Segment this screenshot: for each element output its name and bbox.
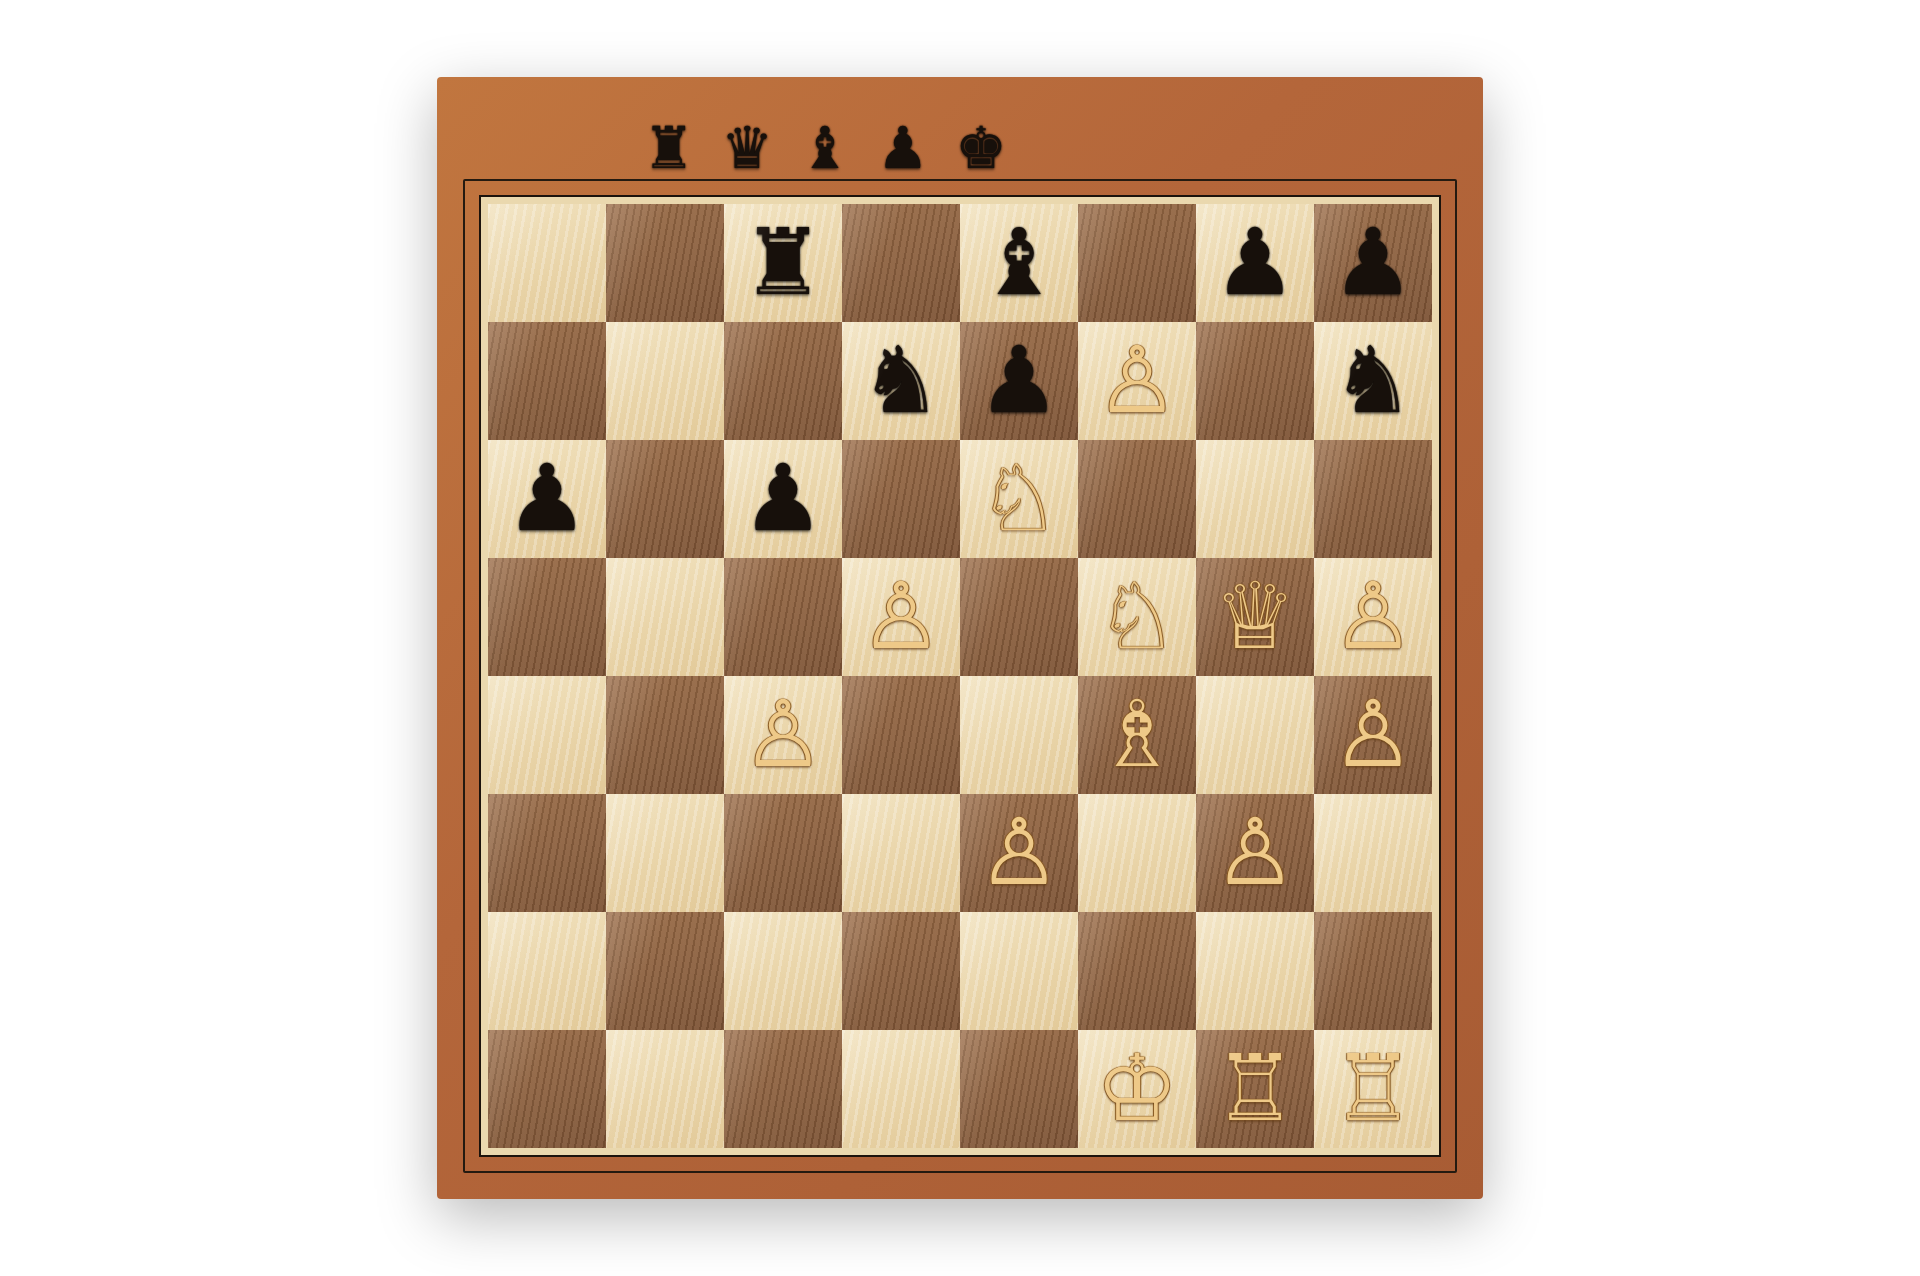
- square-f2[interactable]: [1078, 912, 1196, 1030]
- square-b1[interactable]: [606, 1030, 724, 1148]
- square-f4[interactable]: ♗: [1078, 676, 1196, 794]
- square-g2[interactable]: [1196, 912, 1314, 1030]
- square-g7[interactable]: [1196, 322, 1314, 440]
- captured-black-bishop-2[interactable]: ♝: [799, 119, 851, 177]
- square-d7[interactable]: ♞: [842, 322, 960, 440]
- square-h8[interactable]: ♟: [1314, 204, 1432, 322]
- square-b3[interactable]: [606, 794, 724, 912]
- square-gloss: [724, 322, 842, 440]
- square-gloss: [1196, 322, 1314, 440]
- square-h4[interactable]: ♙: [1314, 676, 1432, 794]
- square-h2[interactable]: [1314, 912, 1432, 1030]
- square-d1[interactable]: [842, 1030, 960, 1148]
- square-gloss: [488, 676, 606, 794]
- square-e4[interactable]: [960, 676, 1078, 794]
- white-pawn-on-g3[interactable]: ♙: [1214, 807, 1296, 899]
- chess-board-grid: ♜♝♟♟♞♟♙♞♟♟♘♙♘♕♙♙♗♙♙♙♔♖♖: [488, 204, 1432, 1148]
- square-e6[interactable]: ♘: [960, 440, 1078, 558]
- square-e7[interactable]: ♟: [960, 322, 1078, 440]
- square-d2[interactable]: [842, 912, 960, 1030]
- square-d3[interactable]: [842, 794, 960, 912]
- square-c4[interactable]: ♙: [724, 676, 842, 794]
- square-gloss: [488, 204, 606, 322]
- photo-stage: ♜♛♝♟♚ ♜♝♟♟♞♟♙♞♟♟♘♙♘♕♙♙♗♙♙♙♔♖♖: [0, 0, 1920, 1276]
- black-knight-on-d7[interactable]: ♞: [860, 335, 942, 427]
- square-b4[interactable]: [606, 676, 724, 794]
- square-d6[interactable]: [842, 440, 960, 558]
- square-h6[interactable]: [1314, 440, 1432, 558]
- chess-board-wrap: ♜♛♝♟♚ ♜♝♟♟♞♟♙♞♟♟♘♙♘♕♙♙♗♙♙♙♔♖♖: [437, 77, 1483, 1199]
- square-gloss: [842, 204, 960, 322]
- square-gloss: [606, 676, 724, 794]
- square-gloss: [1314, 440, 1432, 558]
- square-a3[interactable]: [488, 794, 606, 912]
- square-gloss: [724, 558, 842, 676]
- square-d5[interactable]: ♙: [842, 558, 960, 676]
- square-h3[interactable]: [1314, 794, 1432, 912]
- square-c1[interactable]: [724, 1030, 842, 1148]
- square-e1[interactable]: [960, 1030, 1078, 1148]
- captured-black-rook-0[interactable]: ♜: [643, 119, 695, 177]
- square-gloss: [1078, 204, 1196, 322]
- square-gloss: [606, 912, 724, 1030]
- square-gloss: [960, 676, 1078, 794]
- square-a7[interactable]: [488, 322, 606, 440]
- square-g6[interactable]: [1196, 440, 1314, 558]
- square-a4[interactable]: [488, 676, 606, 794]
- captured-black-pawn-3[interactable]: ♟: [877, 119, 929, 177]
- square-gloss: [842, 1030, 960, 1148]
- square-gloss: [724, 794, 842, 912]
- square-f6[interactable]: [1078, 440, 1196, 558]
- square-gloss: [1314, 794, 1432, 912]
- square-g4[interactable]: [1196, 676, 1314, 794]
- black-knight-on-h7[interactable]: ♞: [1332, 335, 1414, 427]
- square-g3[interactable]: ♙: [1196, 794, 1314, 912]
- square-e3[interactable]: ♙: [960, 794, 1078, 912]
- square-a2[interactable]: [488, 912, 606, 1030]
- square-h7[interactable]: ♞: [1314, 322, 1432, 440]
- square-b5[interactable]: [606, 558, 724, 676]
- black-bishop-on-e8[interactable]: ♝: [978, 217, 1060, 309]
- square-gloss: [1314, 912, 1432, 1030]
- square-c8[interactable]: ♜: [724, 204, 842, 322]
- captured-black-king-4[interactable]: ♚: [955, 119, 1007, 177]
- square-gloss: [488, 558, 606, 676]
- square-gloss: [1196, 440, 1314, 558]
- square-h1[interactable]: ♖: [1314, 1030, 1432, 1148]
- border-inlay-line: ♜♝♟♟♞♟♙♞♟♟♘♙♘♕♙♙♗♙♙♙♔♖♖: [463, 179, 1457, 1173]
- square-h5[interactable]: ♙: [1314, 558, 1432, 676]
- white-pawn-on-f7[interactable]: ♙: [1096, 335, 1178, 427]
- square-gloss: [606, 1030, 724, 1148]
- captured-pieces-tray: ♜♛♝♟♚: [643, 103, 1457, 177]
- square-d4[interactable]: [842, 676, 960, 794]
- square-gloss: [606, 794, 724, 912]
- square-g5[interactable]: ♕: [1196, 558, 1314, 676]
- square-b8[interactable]: [606, 204, 724, 322]
- square-f3[interactable]: [1078, 794, 1196, 912]
- square-gloss: [1078, 912, 1196, 1030]
- square-e2[interactable]: [960, 912, 1078, 1030]
- white-pawn-on-e3[interactable]: ♙: [978, 807, 1060, 899]
- black-pawn-on-h8[interactable]: ♟: [1332, 217, 1414, 309]
- square-c5[interactable]: [724, 558, 842, 676]
- square-gloss: [842, 440, 960, 558]
- square-gloss: [606, 558, 724, 676]
- white-rook-on-h1[interactable]: ♖: [1332, 1043, 1414, 1135]
- square-gloss: [606, 322, 724, 440]
- white-pawn-on-h5[interactable]: ♙: [1332, 571, 1414, 663]
- square-a8[interactable]: [488, 204, 606, 322]
- maple-fillet-frame: ♜♝♟♟♞♟♙♞♟♟♘♙♘♕♙♙♗♙♙♙♔♖♖: [479, 195, 1441, 1157]
- black-pawn-on-e7[interactable]: ♟: [978, 335, 1060, 427]
- square-g1[interactable]: ♖: [1196, 1030, 1314, 1148]
- square-gloss: [960, 558, 1078, 676]
- white-king-on-f1[interactable]: ♔: [1096, 1043, 1178, 1135]
- square-a5[interactable]: [488, 558, 606, 676]
- square-gloss: [488, 794, 606, 912]
- square-gloss: [606, 204, 724, 322]
- square-gloss: [488, 1030, 606, 1148]
- square-b2[interactable]: [606, 912, 724, 1030]
- black-pawn-on-c6[interactable]: ♟: [742, 453, 824, 545]
- square-c6[interactable]: ♟: [724, 440, 842, 558]
- white-pawn-on-h4[interactable]: ♙: [1332, 689, 1414, 781]
- square-gloss: [1078, 794, 1196, 912]
- white-pawn-on-d5[interactable]: ♙: [860, 571, 942, 663]
- square-c3[interactable]: [724, 794, 842, 912]
- square-gloss: [1078, 440, 1196, 558]
- square-gloss: [960, 1030, 1078, 1148]
- square-gloss: [842, 794, 960, 912]
- white-rook-on-g1[interactable]: ♖: [1214, 1043, 1296, 1135]
- square-d8[interactable]: [842, 204, 960, 322]
- white-bishop-on-f4[interactable]: ♗: [1096, 689, 1178, 781]
- white-knight-on-e6[interactable]: ♘: [978, 453, 1060, 545]
- white-queen-on-g5[interactable]: ♕: [1214, 571, 1296, 663]
- captured-black-queen-1[interactable]: ♛: [721, 119, 773, 177]
- white-knight-on-f5[interactable]: ♘: [1096, 571, 1178, 663]
- square-gloss: [724, 912, 842, 1030]
- square-gloss: [842, 676, 960, 794]
- square-gloss: [960, 912, 1078, 1030]
- square-f8[interactable]: [1078, 204, 1196, 322]
- square-gloss: [1196, 676, 1314, 794]
- square-gloss: [1196, 912, 1314, 1030]
- square-gloss: [724, 1030, 842, 1148]
- square-f5[interactable]: ♘: [1078, 558, 1196, 676]
- square-a1[interactable]: [488, 1030, 606, 1148]
- square-e5[interactable]: [960, 558, 1078, 676]
- square-gloss: [488, 322, 606, 440]
- square-gloss: [842, 912, 960, 1030]
- square-f1[interactable]: ♔: [1078, 1030, 1196, 1148]
- square-a6[interactable]: ♟: [488, 440, 606, 558]
- black-pawn-on-a6[interactable]: ♟: [506, 453, 588, 545]
- square-b6[interactable]: [606, 440, 724, 558]
- square-c7[interactable]: [724, 322, 842, 440]
- square-e8[interactable]: ♝: [960, 204, 1078, 322]
- black-rook-on-c8[interactable]: ♜: [742, 217, 824, 309]
- square-g8[interactable]: ♟: [1196, 204, 1314, 322]
- black-pawn-on-g8[interactable]: ♟: [1214, 217, 1296, 309]
- square-gloss: [488, 912, 606, 1030]
- square-gloss: [606, 440, 724, 558]
- white-pawn-on-c4[interactable]: ♙: [742, 689, 824, 781]
- board-mahogany-border: ♜♛♝♟♚ ♜♝♟♟♞♟♙♞♟♟♘♙♘♕♙♙♗♙♙♙♔♖♖: [437, 77, 1483, 1199]
- square-f7[interactable]: ♙: [1078, 322, 1196, 440]
- square-b7[interactable]: [606, 322, 724, 440]
- square-c2[interactable]: [724, 912, 842, 1030]
